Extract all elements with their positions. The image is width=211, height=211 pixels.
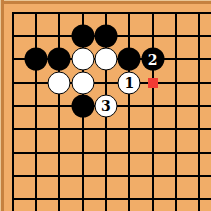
intersection — [118, 164, 141, 187]
intersection — [118, 24, 141, 47]
intersection — [118, 94, 141, 117]
white-stone — [94, 48, 117, 71]
intersection — [94, 141, 117, 164]
intersection — [71, 48, 94, 71]
intersection — [94, 71, 117, 94]
intersection — [188, 164, 211, 187]
intersection — [24, 164, 47, 187]
intersection — [1, 188, 24, 211]
intersection — [48, 164, 71, 187]
intersection — [141, 24, 164, 47]
intersection — [71, 141, 94, 164]
intersection — [188, 141, 211, 164]
intersection — [48, 141, 71, 164]
intersection — [118, 1, 141, 24]
intersection — [164, 1, 187, 24]
intersection — [94, 48, 117, 71]
intersection — [188, 71, 211, 94]
white-stone — [48, 71, 71, 94]
intersection — [94, 24, 117, 47]
intersection — [1, 71, 24, 94]
intersection — [118, 118, 141, 141]
intersection — [164, 164, 187, 187]
intersection: 2 — [141, 48, 164, 71]
intersection — [71, 94, 94, 117]
intersection — [141, 164, 164, 187]
intersection — [188, 94, 211, 117]
intersection — [188, 188, 211, 211]
intersection — [71, 71, 94, 94]
intersection — [164, 188, 187, 211]
intersection — [71, 118, 94, 141]
white-stone — [71, 71, 94, 94]
intersection — [48, 1, 71, 24]
intersection: 1 — [118, 71, 141, 94]
black-stone — [94, 24, 117, 47]
intersection — [24, 71, 47, 94]
intersection — [71, 188, 94, 211]
intersection — [164, 48, 187, 71]
intersection — [141, 94, 164, 117]
white-stone-move-3: 3 — [94, 94, 117, 117]
intersection — [1, 118, 24, 141]
black-stone-move-2: 2 — [141, 48, 164, 71]
intersection — [48, 48, 71, 71]
intersection — [141, 71, 164, 94]
intersection — [24, 24, 47, 47]
intersection — [24, 1, 47, 24]
intersection — [164, 24, 187, 47]
intersection — [164, 141, 187, 164]
intersection — [94, 164, 117, 187]
intersection — [141, 141, 164, 164]
intersection — [1, 164, 24, 187]
intersection — [141, 118, 164, 141]
intersection — [188, 1, 211, 24]
intersection — [1, 141, 24, 164]
intersection — [24, 94, 47, 117]
intersection — [48, 24, 71, 47]
intersection — [164, 71, 187, 94]
intersection — [48, 188, 71, 211]
intersection — [188, 48, 211, 71]
intersection — [1, 1, 24, 24]
white-stone — [71, 48, 94, 71]
intersection — [94, 188, 117, 211]
intersection — [188, 118, 211, 141]
intersection — [1, 94, 24, 117]
white-stone-move-1: 1 — [118, 71, 141, 94]
intersection — [48, 71, 71, 94]
go-diagram: 213 — [0, 0, 211, 211]
intersection — [1, 48, 24, 71]
intersection — [24, 118, 47, 141]
intersection — [71, 1, 94, 24]
intersection — [24, 141, 47, 164]
intersection — [164, 94, 187, 117]
intersection — [141, 188, 164, 211]
intersection — [94, 118, 117, 141]
intersection — [24, 48, 47, 71]
intersection — [141, 1, 164, 24]
intersection — [118, 188, 141, 211]
black-stone — [24, 48, 47, 71]
intersection — [48, 118, 71, 141]
intersection — [1, 24, 24, 47]
intersection: 3 — [94, 94, 117, 117]
black-stone — [118, 48, 141, 71]
intersection — [71, 164, 94, 187]
intersection — [48, 94, 71, 117]
intersection — [118, 141, 141, 164]
intersection — [188, 24, 211, 47]
black-stone — [71, 24, 94, 47]
red-square-marker — [148, 78, 158, 88]
go-grid: 213 — [1, 1, 211, 211]
intersection — [24, 188, 47, 211]
intersection — [164, 118, 187, 141]
intersection — [94, 1, 117, 24]
intersection — [71, 24, 94, 47]
intersection — [118, 48, 141, 71]
black-stone — [71, 94, 94, 117]
black-stone — [48, 48, 71, 71]
